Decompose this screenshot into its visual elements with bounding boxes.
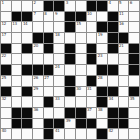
crossword-cell-white[interactable] [65, 129, 75, 139]
crossword-cell-black [44, 65, 54, 75]
crossword-cell-black [76, 12, 86, 22]
crossword-cell-white[interactable] [54, 87, 64, 97]
clue-number: 15 [76, 22, 81, 26]
crossword-cell-white[interactable]: 5 [119, 1, 129, 11]
crossword-cell-black [22, 119, 32, 129]
clue-number: 7 [34, 12, 36, 16]
crossword-cell-white[interactable] [97, 44, 107, 54]
crossword-cell-black [22, 44, 32, 54]
crossword-cell-white[interactable]: 39 [65, 119, 75, 129]
crossword-cell-white[interactable]: 40 [1, 129, 11, 139]
crossword-cell-black [44, 33, 54, 43]
crossword-cell-black [87, 44, 97, 54]
crossword-cell-black [65, 87, 75, 97]
clue-number: 38 [98, 108, 103, 112]
crossword-cell-black [87, 54, 97, 64]
crossword-cell-white[interactable] [87, 97, 97, 107]
crossword-cell-white[interactable]: 2 [33, 1, 43, 11]
crossword-cell-white[interactable]: 35 [129, 97, 139, 107]
crossword-grid: 1234567891011121314151617181920212223242… [0, 0, 140, 140]
crossword-cell-black [108, 108, 118, 118]
crossword-cell-white[interactable] [54, 22, 64, 32]
crossword-cell-white[interactable] [44, 54, 54, 64]
crossword-cell-white[interactable]: 28 [97, 76, 107, 86]
crossword-cell-black [65, 76, 75, 86]
crossword-cell-white[interactable] [12, 33, 22, 43]
crossword-cell-black [97, 97, 107, 107]
crossword-cell-black [54, 119, 64, 129]
crossword-cell-white[interactable] [119, 54, 129, 64]
crossword-cell-white[interactable] [1, 119, 11, 129]
crossword-cell-white[interactable]: 17 [1, 33, 11, 43]
clue-number: 34 [108, 97, 113, 101]
crossword-cell-white[interactable] [22, 76, 32, 86]
crossword-cell-white[interactable] [44, 87, 54, 97]
crossword-cell-white[interactable] [1, 12, 11, 22]
crossword-cell-white[interactable] [129, 119, 139, 129]
crossword-cell-white[interactable]: 18 [54, 33, 64, 43]
crossword-cell-white[interactable] [87, 22, 97, 32]
clue-number: 8 [44, 12, 46, 16]
crossword-cell-white[interactable] [12, 65, 22, 75]
crossword-cell-black [33, 65, 43, 75]
crossword-cell-white[interactable]: 7 [33, 12, 43, 22]
clue-number: 21 [119, 44, 124, 48]
crossword-cell-white[interactable] [97, 119, 107, 129]
crossword-cell-white[interactable] [65, 33, 75, 43]
crossword-cell-white[interactable] [33, 119, 43, 129]
crossword-cell-white[interactable] [119, 87, 129, 97]
crossword-cell-black [129, 65, 139, 75]
crossword-cell-white[interactable]: 26 [33, 76, 43, 86]
crossword-cell-white[interactable]: 36 [33, 108, 43, 118]
crossword-cell-white[interactable] [76, 1, 86, 11]
crossword-cell-white[interactable] [12, 54, 22, 64]
clue-number: 27 [44, 76, 49, 80]
crossword-cell-black [119, 119, 129, 129]
crossword-cell-white[interactable]: 9 [54, 12, 64, 22]
clue-number: 9 [55, 12, 57, 16]
crossword-cell-white[interactable] [65, 97, 75, 107]
crossword-cell-white[interactable] [87, 33, 97, 43]
clue-number: 14 [23, 22, 28, 26]
clue-number: 42 [108, 129, 113, 133]
crossword-cell-white[interactable] [76, 97, 86, 107]
crossword-cell-black [97, 129, 107, 139]
clue-number: 29 [34, 87, 39, 91]
crossword-cell-white[interactable] [33, 129, 43, 139]
crossword-cell-black [119, 33, 129, 43]
crossword-cell-white[interactable] [76, 129, 86, 139]
clue-number: 28 [98, 76, 103, 80]
clue-number: 24 [55, 65, 60, 69]
crossword-cell-white[interactable] [44, 22, 54, 32]
clue-number: 31 [87, 87, 92, 91]
crossword-cell-white[interactable]: 21 [119, 44, 129, 54]
clue-number: 37 [87, 108, 92, 112]
crossword-cell-white[interactable] [12, 76, 22, 86]
crossword-cell-white[interactable] [54, 54, 64, 64]
crossword-cell-white[interactable]: 42 [108, 129, 118, 139]
clue-number: 1 [2, 1, 4, 5]
crossword-cell-white[interactable]: 14 [22, 22, 32, 32]
crossword-cell-white[interactable]: 33 [54, 97, 64, 107]
crossword-cell-black [44, 97, 54, 107]
crossword-cell-black [87, 1, 97, 11]
crossword-cell-white[interactable] [54, 76, 64, 86]
crossword-cell-white[interactable]: 31 [87, 87, 97, 97]
crossword-cell-white[interactable] [22, 129, 32, 139]
clue-number: 22 [2, 54, 7, 58]
crossword-cell-black [97, 22, 107, 32]
crossword-cell-black [65, 108, 75, 118]
crossword-cell-white[interactable]: 8 [44, 12, 54, 22]
clue-number: 17 [2, 33, 7, 37]
crossword-cell-black [108, 119, 118, 129]
crossword-cell-white[interactable]: 22 [1, 54, 11, 64]
crossword-cell-white[interactable] [22, 54, 32, 64]
crossword-cell-white[interactable] [119, 65, 129, 75]
crossword-cell-white[interactable]: 29 [33, 87, 43, 97]
crossword-cell-white[interactable] [119, 129, 129, 139]
crossword-cell-black [33, 33, 43, 43]
crossword-cell-white[interactable] [12, 44, 22, 54]
crossword-cell-black [87, 119, 97, 129]
clue-number: 35 [130, 97, 135, 101]
crossword-cell-white[interactable]: 6 [129, 1, 139, 11]
crossword-cell-black [108, 65, 118, 75]
crossword-cell-black [108, 87, 118, 97]
crossword-cell-white[interactable] [129, 108, 139, 118]
crossword-cell-white[interactable] [129, 33, 139, 43]
clue-number: 32 [2, 97, 7, 101]
crossword-cell-white[interactable] [1, 108, 11, 118]
crossword-cell-white[interactable]: 4 [108, 1, 118, 11]
crossword-cell-black [65, 44, 75, 54]
clue-number: 30 [76, 87, 81, 91]
crossword-cell-black [97, 1, 107, 11]
crossword-cell-white[interactable] [22, 1, 32, 11]
crossword-cell-white[interactable] [76, 76, 86, 86]
crossword-cell-white[interactable]: 16 [119, 22, 129, 32]
clue-number: 20 [34, 44, 39, 48]
crossword-cell-black [1, 44, 11, 54]
crossword-cell-white[interactable] [54, 44, 64, 54]
crossword-cell-white[interactable] [22, 33, 32, 43]
crossword-cell-black [12, 119, 22, 129]
crossword-cell-white[interactable] [119, 97, 129, 107]
crossword-cell-white[interactable]: 12 [1, 22, 11, 32]
crossword-cell-black [76, 119, 86, 129]
crossword-cell-white[interactable]: 10 [87, 12, 97, 22]
clue-number: 11 [119, 12, 124, 16]
crossword-cell-white[interactable]: 1 [1, 1, 11, 11]
crossword-cell-white[interactable]: 15 [76, 22, 86, 32]
crossword-cell-white[interactable] [76, 65, 86, 75]
crossword-cell-black [12, 108, 22, 118]
crossword-cell-black [119, 108, 129, 118]
crossword-cell-black [12, 12, 22, 22]
clue-number: 40 [2, 129, 7, 133]
crossword-cell-white[interactable]: 41 [54, 129, 64, 139]
crossword-cell-black [65, 22, 75, 32]
crossword-cell-white[interactable] [87, 65, 97, 75]
crossword-cell-black [97, 87, 107, 97]
crossword-cell-black [1, 87, 11, 97]
crossword-cell-white[interactable] [129, 76, 139, 86]
crossword-cell-white[interactable]: 23 [97, 54, 107, 64]
crossword-cell-white[interactable]: 38 [97, 108, 107, 118]
crossword-cell-black [44, 44, 54, 54]
crossword-cell-white[interactable] [44, 108, 54, 118]
clue-number: 23 [98, 54, 103, 58]
clue-number: 25 [2, 76, 7, 80]
crossword-cell-white[interactable] [54, 108, 64, 118]
clue-number: 3 [66, 1, 68, 5]
crossword-cell-black [129, 54, 139, 64]
crossword-cell-white[interactable]: 32 [1, 97, 11, 107]
crossword-cell-white[interactable] [65, 65, 75, 75]
crossword-cell-black [22, 108, 32, 118]
clue-number: 26 [34, 76, 39, 80]
crossword-cell-black [76, 108, 86, 118]
crossword-cell-white[interactable]: 3 [65, 1, 75, 11]
crossword-cell-white[interactable]: 24 [54, 65, 64, 75]
crossword-cell-white[interactable]: 37 [87, 108, 97, 118]
clue-number: 41 [55, 129, 60, 133]
crossword-cell-black [44, 119, 54, 129]
crossword-cell-white[interactable]: 13 [12, 22, 22, 32]
clue-number: 19 [98, 33, 103, 37]
clue-number: 10 [87, 12, 92, 16]
clue-number: 2 [34, 1, 36, 5]
crossword-cell-white[interactable] [12, 97, 22, 107]
crossword-cell-white[interactable] [76, 44, 86, 54]
clue-number: 39 [66, 119, 71, 123]
clue-number: 33 [55, 97, 60, 101]
clue-number: 36 [34, 108, 39, 112]
crossword-cell-white[interactable]: 27 [44, 76, 54, 86]
clue-number: 4 [108, 1, 110, 5]
clue-number: 5 [119, 1, 121, 5]
crossword-cell-white[interactable] [33, 22, 43, 32]
crossword-cell-white[interactable] [119, 76, 129, 86]
clue-number: 16 [119, 22, 124, 26]
crossword-cell-black [44, 1, 54, 11]
crossword-cell-white[interactable] [129, 22, 139, 32]
clue-number: 12 [2, 22, 7, 26]
crossword-cell-white[interactable] [76, 54, 86, 64]
crossword-cell-black [129, 44, 139, 54]
crossword-cell-white[interactable] [33, 54, 43, 64]
crossword-cell-white[interactable]: 19 [97, 33, 107, 43]
crossword-cell-white[interactable] [76, 33, 86, 43]
crossword-cell-white[interactable] [12, 1, 22, 11]
crossword-cell-black [108, 44, 118, 54]
crossword-cell-black [44, 129, 54, 139]
clue-number: 18 [55, 33, 60, 37]
crossword-cell-white[interactable]: 30 [76, 87, 86, 97]
crossword-cell-black [65, 12, 75, 22]
crossword-cell-black [54, 1, 64, 11]
crossword-cell-white[interactable] [33, 97, 43, 107]
crossword-cell-black [1, 65, 11, 75]
crossword-cell-black [108, 12, 118, 22]
crossword-cell-white[interactable] [97, 12, 107, 22]
crossword-cell-white[interactable] [12, 129, 22, 139]
crossword-cell-black [22, 87, 32, 97]
crossword-cell-white[interactable] [108, 76, 118, 86]
crossword-cell-black [108, 22, 118, 32]
crossword-cell-black [22, 12, 32, 22]
crossword-cell-white[interactable] [129, 129, 139, 139]
crossword-cell-white[interactable]: 11 [119, 12, 129, 22]
crossword-cell-white[interactable]: 34 [108, 97, 118, 107]
crossword-cell-black [65, 54, 75, 64]
crossword-cell-black [97, 65, 107, 75]
crossword-cell-white[interactable]: 25 [1, 76, 11, 86]
crossword-cell-white[interactable] [12, 87, 22, 97]
crossword-cell-white[interactable]: 20 [33, 44, 43, 54]
crossword-cell-white[interactable] [22, 97, 32, 107]
crossword-cell-white[interactable] [108, 54, 118, 64]
crossword-cell-black [87, 76, 97, 86]
crossword-cell-white[interactable] [129, 12, 139, 22]
crossword-cell-black [129, 87, 139, 97]
crossword-cell-black [108, 33, 118, 43]
clue-number: 13 [12, 22, 17, 26]
clue-number: 6 [130, 1, 132, 5]
crossword-cell-black [22, 65, 32, 75]
crossword-cell-white[interactable] [87, 129, 97, 139]
